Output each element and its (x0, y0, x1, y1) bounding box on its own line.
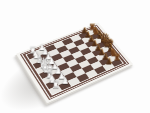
square-e5[interactable] (75, 55, 87, 63)
piece-white-pawn: ♟ (60, 77, 70, 85)
square-h4[interactable] (77, 73, 89, 82)
chess-photo-scene: ♜♟♟♜♞♟♟♞♝♟♟♝♛♟♟♛♚♟♟♚♝♟♟♝♞♟♟♞♜♟♟♜ (0, 0, 150, 113)
piece-black-pawn: ♟ (104, 59, 113, 67)
square-h7[interactable]: ♟ (103, 62, 115, 70)
square-h1[interactable]: ♜ (49, 85, 62, 94)
piece-black-rook: ♜ (112, 54, 121, 63)
board-frame-inner-pinstripe: ♜♟♟♜♞♟♟♞♝♟♟♝♛♟♟♛♚♟♟♚♝♟♟♝♞♟♟♞♜♟♟♜ (23, 26, 127, 98)
square-h6[interactable] (94, 66, 106, 75)
piece-white-rook: ♜ (51, 80, 61, 90)
board-squares-grid: ♜♟♟♜♞♟♟♞♝♟♟♝♛♟♟♛♚♟♟♚♝♟♟♝♞♟♟♞♜♟♟♜ (27, 29, 123, 95)
